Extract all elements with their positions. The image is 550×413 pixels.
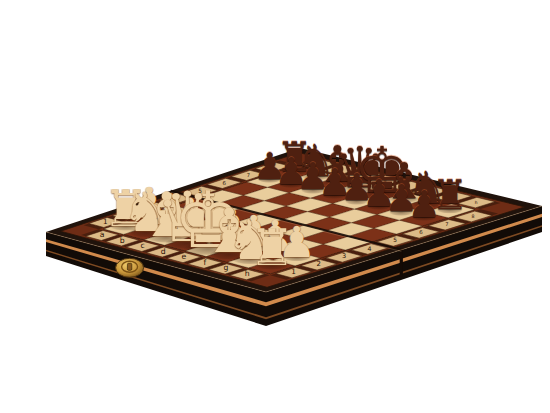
plaque-rank-1-kingside-label: 1 (291, 267, 296, 276)
plaque-rank-2-queenside-label: 2 (127, 210, 131, 218)
plaque-rank-3-kingside-label: 3 (342, 252, 346, 260)
plaque-file-d-black-side-label: d (384, 178, 387, 183)
face-seam-gap (400, 249, 403, 277)
plaque-rank-2-kingside-label: 2 (317, 260, 321, 268)
plaque-rank-4-kingside-label: 4 (367, 245, 371, 252)
plaque-rank-7-queenside-label: 7 (247, 172, 250, 178)
plaque-file-h-white-side-label: h (245, 269, 250, 278)
plaque-file-a-black-side-label: a (318, 162, 321, 167)
plaque-file-e-white-side-label: e (182, 252, 187, 261)
plaque-rank-1-queenside-label: 1 (103, 217, 108, 226)
plaque-rank-3-queenside-label: 3 (150, 203, 154, 211)
plaque-file-a-white-side-label: a (100, 230, 105, 239)
plaque-rank-6-kingside-label: 6 (419, 229, 423, 235)
plaque-file-h-black-side-label: h (475, 200, 478, 205)
scene: aa11bb22cc33dd44ee55ff66gg77hh88 ♜♞♟♝♟♛♟… (0, 0, 550, 413)
plaque-file-b-white-side-label: b (120, 236, 125, 245)
plaque-rank-5-queenside-label: 5 (198, 188, 202, 194)
plaque-rank-5-kingside-label: 5 (393, 237, 397, 243)
plaque-file-c-white-side-label: c (140, 241, 144, 250)
plaque-rank-8-kingside-label: 8 (472, 214, 475, 219)
plaque-file-d-white-side-label: d (161, 247, 166, 256)
chess-board: aa11bb22cc33dd44ee55ff66gg77hh88 (0, 0, 550, 413)
plaque-file-f-white-side-label: f (203, 258, 206, 267)
plaque-rank-7-kingside-label: 7 (445, 221, 448, 227)
plaque-file-b-black-side-label: b (339, 167, 342, 172)
plaque-rank-4-queenside-label: 4 (174, 195, 178, 202)
clasp-keyhole (127, 263, 131, 270)
plaque-rank-8-queenside-label: 8 (271, 165, 274, 170)
plaque-file-g-white-side-label: g (223, 263, 228, 272)
plaque-file-e-black-side-label: e (406, 183, 409, 188)
plaque-file-g-black-side-label: g (452, 195, 455, 200)
plaque-rank-6-queenside-label: 6 (222, 180, 226, 186)
